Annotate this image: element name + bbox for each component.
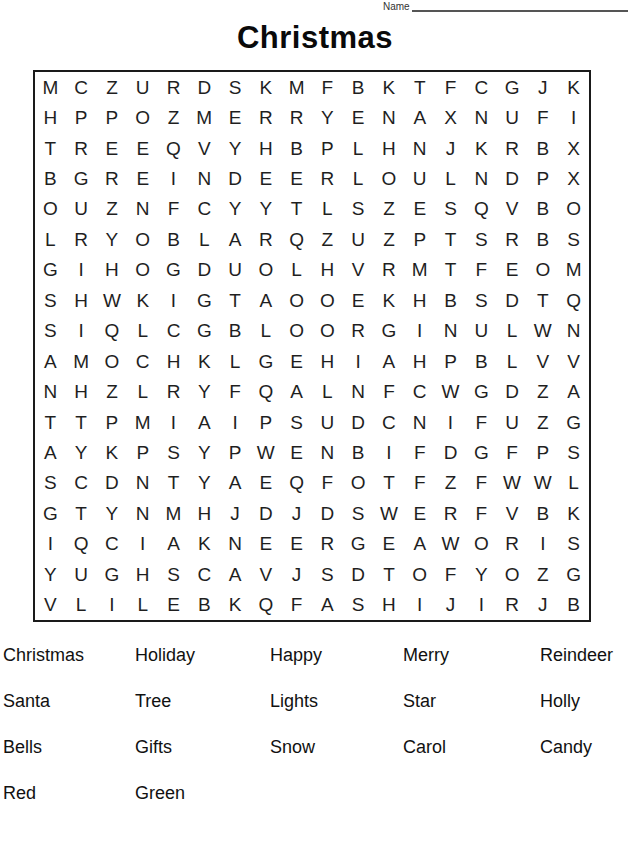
grid-cell-r17-c12[interactable]: T [374,559,405,589]
grid-cell-r1-c15[interactable]: C [466,72,497,102]
grid-cell-r14-c12[interactable]: T [374,468,405,498]
grid-cell-r16-c11[interactable]: G [343,529,374,559]
grid-cell-r18-c8[interactable]: Q [250,590,281,620]
grid-cell-r6-c5[interactable]: B [158,224,189,254]
grid-cell-r17-c9[interactable]: J [281,559,312,589]
grid-cell-r15-c13[interactable]: E [404,498,435,528]
grid-cell-r2-c3[interactable]: P [97,102,128,132]
grid-cell-r16-c3[interactable]: C [97,529,128,559]
grid-cell-r1-c7[interactable]: S [220,72,251,102]
grid-cell-r14-c9[interactable]: Q [281,468,312,498]
grid-cell-r15-c6[interactable]: H [189,498,220,528]
grid-cell-r6-c18[interactable]: S [558,224,589,254]
grid-cell-r17-c1[interactable]: Y [35,559,66,589]
grid-cell-r13-c3[interactable]: K [97,437,128,467]
grid-cell-r9-c8[interactable]: L [250,316,281,346]
grid-cell-r10-c14[interactable]: P [435,346,466,376]
grid-cell-r13-c13[interactable]: F [404,437,435,467]
grid-cell-r12-c4[interactable]: M [127,407,158,437]
grid-cell-r8-c15[interactable]: S [466,285,497,315]
grid-cell-r2-c11[interactable]: E [343,102,374,132]
name-input-line[interactable] [412,0,628,12]
grid-cell-r11-c18[interactable]: A [558,376,589,406]
grid-cell-r18-c13[interactable]: I [404,590,435,620]
grid-cell-r11-c13[interactable]: C [404,376,435,406]
grid-cell-r16-c1[interactable]: I [35,529,66,559]
grid-cell-r2-c15[interactable]: N [466,102,497,132]
grid-cell-r13-c12[interactable]: I [374,437,405,467]
grid-cell-r4-c11[interactable]: L [343,163,374,193]
grid-cell-r18-c4[interactable]: L [127,590,158,620]
grid-cell-r8-c11[interactable]: E [343,285,374,315]
grid-cell-r4-c2[interactable]: G [66,163,97,193]
grid-cell-r10-c4[interactable]: C [127,346,158,376]
grid-cell-r12-c8[interactable]: P [250,407,281,437]
grid-cell-r1-c11[interactable]: B [343,72,374,102]
grid-cell-r10-c7[interactable]: L [220,346,251,376]
grid-cell-r5-c14[interactable]: S [435,194,466,224]
grid-cell-r18-c12[interactable]: H [374,590,405,620]
grid-cell-r7-c3[interactable]: H [97,255,128,285]
grid-cell-r3-c12[interactable]: H [374,133,405,163]
grid-cell-r9-c15[interactable]: U [466,316,497,346]
grid-cell-r15-c5[interactable]: M [158,498,189,528]
grid-cell-r9-c12[interactable]: G [374,316,405,346]
grid-cell-r16-c17[interactable]: I [527,529,558,559]
grid-cell-r8-c1[interactable]: S [35,285,66,315]
grid-cell-r15-c4[interactable]: N [127,498,158,528]
grid-cell-r12-c10[interactable]: U [312,407,343,437]
grid-cell-r17-c6[interactable]: C [189,559,220,589]
grid-cell-r9-c2[interactable]: I [66,316,97,346]
grid-cell-r15-c12[interactable]: W [374,498,405,528]
grid-cell-r8-c18[interactable]: Q [558,285,589,315]
grid-cell-r14-c8[interactable]: E [250,468,281,498]
grid-cell-r17-c2[interactable]: U [66,559,97,589]
grid-cell-r10-c8[interactable]: G [250,346,281,376]
grid-cell-r17-c4[interactable]: H [127,559,158,589]
grid-cell-r6-c8[interactable]: R [250,224,281,254]
grid-cell-r10-c9[interactable]: E [281,346,312,376]
grid-cell-r6-c9[interactable]: Q [281,224,312,254]
grid-cell-r7-c17[interactable]: O [527,255,558,285]
grid-cell-r5-c15[interactable]: Q [466,194,497,224]
grid-cell-r12-c1[interactable]: T [35,407,66,437]
grid-cell-r11-c4[interactable]: L [127,376,158,406]
grid-cell-r5-c6[interactable]: C [189,194,220,224]
grid-cell-r6-c17[interactable]: B [527,224,558,254]
grid-cell-r17-c15[interactable]: Y [466,559,497,589]
grid-cell-r4-c5[interactable]: I [158,163,189,193]
grid-cell-r5-c5[interactable]: F [158,194,189,224]
grid-cell-r18-c6[interactable]: B [189,590,220,620]
grid-cell-r5-c1[interactable]: O [35,194,66,224]
grid-cell-r17-c18[interactable]: G [558,559,589,589]
grid-cell-r13-c15[interactable]: G [466,437,497,467]
grid-cell-r11-c9[interactable]: A [281,376,312,406]
grid-cell-r3-c18[interactable]: X [558,133,589,163]
grid-cell-r7-c16[interactable]: E [497,255,528,285]
grid-cell-r16-c9[interactable]: E [281,529,312,559]
grid-cell-r3-c14[interactable]: J [435,133,466,163]
grid-cell-r7-c13[interactable]: M [404,255,435,285]
grid-cell-r4-c12[interactable]: O [374,163,405,193]
grid-cell-r6-c7[interactable]: A [220,224,251,254]
grid-cell-r14-c4[interactable]: N [127,468,158,498]
grid-cell-r16-c6[interactable]: K [189,529,220,559]
grid-cell-r18-c16[interactable]: R [497,590,528,620]
grid-cell-r15-c10[interactable]: D [312,498,343,528]
grid-cell-r18-c2[interactable]: L [66,590,97,620]
grid-cell-r14-c15[interactable]: F [466,468,497,498]
grid-cell-r4-c18[interactable]: X [558,163,589,193]
grid-cell-r1-c12[interactable]: K [374,72,405,102]
grid-cell-r12-c9[interactable]: S [281,407,312,437]
grid-cell-r13-c1[interactable]: A [35,437,66,467]
grid-cell-r17-c10[interactable]: S [312,559,343,589]
grid-cell-r15-c8[interactable]: D [250,498,281,528]
grid-cell-r12-c3[interactable]: P [97,407,128,437]
grid-cell-r5-c9[interactable]: T [281,194,312,224]
grid-cell-r14-c11[interactable]: O [343,468,374,498]
grid-cell-r16-c18[interactable]: S [558,529,589,559]
grid-cell-r17-c14[interactable]: F [435,559,466,589]
grid-cell-r12-c17[interactable]: Z [527,407,558,437]
grid-cell-r16-c2[interactable]: Q [66,529,97,559]
grid-cell-r12-c13[interactable]: N [404,407,435,437]
grid-cell-r5-c17[interactable]: B [527,194,558,224]
grid-cell-r6-c3[interactable]: Y [97,224,128,254]
grid-cell-r16-c10[interactable]: R [312,529,343,559]
grid-cell-r6-c12[interactable]: Z [374,224,405,254]
grid-cell-r7-c6[interactable]: D [189,255,220,285]
grid-cell-r2-c12[interactable]: N [374,102,405,132]
grid-cell-r6-c16[interactable]: R [497,224,528,254]
grid-cell-r17-c13[interactable]: O [404,559,435,589]
grid-cell-r15-c14[interactable]: R [435,498,466,528]
grid-cell-r13-c6[interactable]: Y [189,437,220,467]
grid-cell-r9-c18[interactable]: N [558,316,589,346]
grid-cell-r10-c1[interactable]: A [35,346,66,376]
grid-cell-r5-c16[interactable]: V [497,194,528,224]
grid-cell-r8-c16[interactable]: D [497,285,528,315]
grid-cell-r18-c11[interactable]: S [343,590,374,620]
grid-cell-r15-c16[interactable]: V [497,498,528,528]
grid-cell-r14-c6[interactable]: Y [189,468,220,498]
grid-cell-r3-c4[interactable]: E [127,133,158,163]
grid-cell-r10-c17[interactable]: V [527,346,558,376]
grid-cell-r9-c9[interactable]: O [281,316,312,346]
grid-cell-r13-c17[interactable]: P [527,437,558,467]
grid-cell-r6-c4[interactable]: O [127,224,158,254]
grid-cell-r4-c7[interactable]: D [220,163,251,193]
grid-cell-r13-c4[interactable]: P [127,437,158,467]
grid-cell-r9-c16[interactable]: L [497,316,528,346]
grid-cell-r3-c7[interactable]: Y [220,133,251,163]
grid-cell-r11-c10[interactable]: L [312,376,343,406]
grid-cell-r13-c10[interactable]: N [312,437,343,467]
grid-cell-r3-c2[interactable]: R [66,133,97,163]
grid-cell-r18-c15[interactable]: I [466,590,497,620]
grid-cell-r2-c2[interactable]: P [66,102,97,132]
grid-cell-r4-c6[interactable]: N [189,163,220,193]
grid-cell-r15-c2[interactable]: T [66,498,97,528]
grid-cell-r3-c17[interactable]: B [527,133,558,163]
grid-cell-r9-c13[interactable]: I [404,316,435,346]
grid-cell-r5-c12[interactable]: Z [374,194,405,224]
grid-cell-r5-c13[interactable]: E [404,194,435,224]
grid-cell-r12-c18[interactable]: G [558,407,589,437]
grid-cell-r15-c15[interactable]: F [466,498,497,528]
grid-cell-r14-c17[interactable]: W [527,468,558,498]
grid-cell-r4-c13[interactable]: U [404,163,435,193]
grid-cell-r15-c18[interactable]: K [558,498,589,528]
grid-cell-r1-c6[interactable]: D [189,72,220,102]
grid-cell-r1-c17[interactable]: J [527,72,558,102]
grid-cell-r3-c10[interactable]: P [312,133,343,163]
grid-cell-r14-c14[interactable]: Z [435,468,466,498]
grid-cell-r9-c4[interactable]: L [127,316,158,346]
grid-cell-r4-c16[interactable]: D [497,163,528,193]
grid-cell-r2-c10[interactable]: Y [312,102,343,132]
grid-cell-r11-c17[interactable]: Z [527,376,558,406]
grid-cell-r18-c3[interactable]: I [97,590,128,620]
grid-cell-r6-c10[interactable]: Z [312,224,343,254]
grid-cell-r7-c5[interactable]: G [158,255,189,285]
grid-cell-r1-c18[interactable]: K [558,72,589,102]
grid-cell-r11-c1[interactable]: N [35,376,66,406]
grid-cell-r1-c4[interactable]: U [127,72,158,102]
grid-cell-r1-c8[interactable]: K [250,72,281,102]
grid-cell-r4-c15[interactable]: N [466,163,497,193]
grid-cell-r18-c18[interactable]: B [558,590,589,620]
grid-cell-r6-c2[interactable]: R [66,224,97,254]
grid-cell-r15-c1[interactable]: G [35,498,66,528]
grid-cell-r11-c5[interactable]: R [158,376,189,406]
grid-cell-r14-c1[interactable]: S [35,468,66,498]
grid-cell-r1-c10[interactable]: F [312,72,343,102]
grid-cell-r12-c7[interactable]: I [220,407,251,437]
grid-cell-r18-c7[interactable]: K [220,590,251,620]
grid-cell-r14-c13[interactable]: F [404,468,435,498]
grid-cell-r9-c7[interactable]: B [220,316,251,346]
grid-cell-r11-c2[interactable]: H [66,376,97,406]
grid-cell-r1-c5[interactable]: R [158,72,189,102]
grid-cell-r11-c8[interactable]: Q [250,376,281,406]
grid-cell-r3-c11[interactable]: L [343,133,374,163]
grid-cell-r1-c3[interactable]: Z [97,72,128,102]
grid-cell-r5-c8[interactable]: Y [250,194,281,224]
grid-cell-r3-c5[interactable]: Q [158,133,189,163]
grid-cell-r9-c5[interactable]: C [158,316,189,346]
grid-cell-r11-c15[interactable]: G [466,376,497,406]
grid-cell-r8-c7[interactable]: T [220,285,251,315]
grid-cell-r11-c12[interactable]: F [374,376,405,406]
grid-cell-r18-c10[interactable]: A [312,590,343,620]
grid-cell-r7-c4[interactable]: O [127,255,158,285]
grid-cell-r9-c1[interactable]: S [35,316,66,346]
grid-cell-r17-c5[interactable]: S [158,559,189,589]
grid-cell-r7-c18[interactable]: M [558,255,589,285]
grid-cell-r8-c4[interactable]: K [127,285,158,315]
grid-cell-r5-c4[interactable]: N [127,194,158,224]
grid-cell-r8-c12[interactable]: K [374,285,405,315]
grid-cell-r2-c17[interactable]: F [527,102,558,132]
grid-cell-r14-c2[interactable]: C [66,468,97,498]
grid-cell-r4-c3[interactable]: R [97,163,128,193]
grid-cell-r4-c1[interactable]: B [35,163,66,193]
grid-cell-r14-c3[interactable]: D [97,468,128,498]
grid-cell-r1-c9[interactable]: M [281,72,312,102]
grid-cell-r4-c10[interactable]: R [312,163,343,193]
grid-cell-r12-c6[interactable]: A [189,407,220,437]
grid-cell-r14-c5[interactable]: T [158,468,189,498]
grid-cell-r12-c15[interactable]: F [466,407,497,437]
grid-cell-r7-c2[interactable]: I [66,255,97,285]
grid-cell-r9-c6[interactable]: G [189,316,220,346]
grid-cell-r1-c13[interactable]: T [404,72,435,102]
grid-cell-r2-c13[interactable]: A [404,102,435,132]
grid-cell-r8-c13[interactable]: H [404,285,435,315]
grid-cell-r15-c9[interactable]: J [281,498,312,528]
grid-cell-r13-c18[interactable]: S [558,437,589,467]
grid-cell-r8-c2[interactable]: H [66,285,97,315]
grid-cell-r13-c5[interactable]: S [158,437,189,467]
grid-cell-r13-c11[interactable]: B [343,437,374,467]
grid-cell-r10-c2[interactable]: M [66,346,97,376]
grid-cell-r7-c11[interactable]: V [343,255,374,285]
grid-cell-r5-c3[interactable]: Z [97,194,128,224]
grid-cell-r15-c3[interactable]: Y [97,498,128,528]
grid-cell-r2-c1[interactable]: H [35,102,66,132]
grid-cell-r8-c14[interactable]: B [435,285,466,315]
grid-cell-r6-c11[interactable]: U [343,224,374,254]
grid-cell-r18-c17[interactable]: J [527,590,558,620]
grid-cell-r18-c1[interactable]: V [35,590,66,620]
grid-cell-r12-c14[interactable]: I [435,407,466,437]
grid-cell-r6-c15[interactable]: S [466,224,497,254]
grid-cell-r14-c7[interactable]: A [220,468,251,498]
grid-cell-r16-c14[interactable]: W [435,529,466,559]
grid-cell-r7-c10[interactable]: H [312,255,343,285]
grid-cell-r9-c17[interactable]: W [527,316,558,346]
grid-cell-r13-c2[interactable]: Y [66,437,97,467]
grid-cell-r3-c8[interactable]: H [250,133,281,163]
grid-cell-r2-c7[interactable]: E [220,102,251,132]
grid-cell-r8-c5[interactable]: I [158,285,189,315]
grid-cell-r18-c9[interactable]: F [281,590,312,620]
grid-cell-r11-c14[interactable]: W [435,376,466,406]
grid-cell-r6-c1[interactable]: L [35,224,66,254]
grid-cell-r17-c17[interactable]: Z [527,559,558,589]
grid-cell-r10-c3[interactable]: O [97,346,128,376]
grid-cell-r12-c12[interactable]: C [374,407,405,437]
grid-cell-r15-c17[interactable]: B [527,498,558,528]
grid-cell-r17-c8[interactable]: V [250,559,281,589]
grid-cell-r7-c7[interactable]: U [220,255,251,285]
grid-cell-r13-c8[interactable]: W [250,437,281,467]
grid-cell-r7-c12[interactable]: R [374,255,405,285]
grid-cell-r4-c9[interactable]: E [281,163,312,193]
grid-cell-r8-c3[interactable]: W [97,285,128,315]
grid-cell-r13-c14[interactable]: D [435,437,466,467]
grid-cell-r18-c14[interactable]: J [435,590,466,620]
grid-cell-r1-c2[interactable]: C [66,72,97,102]
grid-cell-r14-c16[interactable]: W [497,468,528,498]
grid-cell-r15-c7[interactable]: J [220,498,251,528]
grid-cell-r9-c3[interactable]: Q [97,316,128,346]
grid-cell-r8-c8[interactable]: A [250,285,281,315]
grid-cell-r4-c17[interactable]: P [527,163,558,193]
grid-cell-r12-c11[interactable]: D [343,407,374,437]
grid-cell-r10-c13[interactable]: H [404,346,435,376]
grid-cell-r12-c16[interactable]: U [497,407,528,437]
grid-cell-r12-c5[interactable]: I [158,407,189,437]
grid-cell-r7-c15[interactable]: F [466,255,497,285]
grid-cell-r2-c18[interactable]: I [558,102,589,132]
grid-cell-r1-c1[interactable]: M [35,72,66,102]
grid-cell-r10-c16[interactable]: L [497,346,528,376]
grid-cell-r9-c10[interactable]: O [312,316,343,346]
grid-cell-r17-c7[interactable]: A [220,559,251,589]
grid-cell-r16-c7[interactable]: N [220,529,251,559]
grid-cell-r5-c2[interactable]: U [66,194,97,224]
grid-cell-r16-c15[interactable]: O [466,529,497,559]
grid-cell-r11-c16[interactable]: D [497,376,528,406]
grid-cell-r2-c8[interactable]: R [250,102,281,132]
grid-cell-r10-c10[interactable]: H [312,346,343,376]
grid-cell-r13-c9[interactable]: E [281,437,312,467]
grid-cell-r16-c13[interactable]: A [404,529,435,559]
grid-cell-r15-c11[interactable]: S [343,498,374,528]
grid-cell-r12-c2[interactable]: T [66,407,97,437]
grid-cell-r8-c9[interactable]: O [281,285,312,315]
grid-cell-r2-c5[interactable]: Z [158,102,189,132]
grid-cell-r11-c7[interactable]: F [220,376,251,406]
grid-cell-r3-c1[interactable]: T [35,133,66,163]
grid-cell-r2-c4[interactable]: O [127,102,158,132]
grid-cell-r13-c16[interactable]: F [497,437,528,467]
grid-cell-r16-c5[interactable]: A [158,529,189,559]
grid-cell-r3-c16[interactable]: R [497,133,528,163]
grid-cell-r4-c4[interactable]: E [127,163,158,193]
grid-cell-r3-c13[interactable]: N [404,133,435,163]
grid-cell-r4-c14[interactable]: L [435,163,466,193]
grid-cell-r10-c6[interactable]: K [189,346,220,376]
grid-cell-r9-c14[interactable]: N [435,316,466,346]
grid-cell-r11-c3[interactable]: Z [97,376,128,406]
grid-cell-r7-c14[interactable]: T [435,255,466,285]
grid-cell-r2-c6[interactable]: M [189,102,220,132]
grid-cell-r16-c4[interactable]: I [127,529,158,559]
grid-cell-r16-c8[interactable]: E [250,529,281,559]
grid-cell-r13-c7[interactable]: P [220,437,251,467]
grid-cell-r3-c15[interactable]: K [466,133,497,163]
grid-cell-r2-c16[interactable]: U [497,102,528,132]
grid-cell-r7-c8[interactable]: O [250,255,281,285]
grid-cell-r17-c16[interactable]: O [497,559,528,589]
grid-cell-r5-c11[interactable]: S [343,194,374,224]
grid-cell-r2-c14[interactable]: X [435,102,466,132]
grid-cell-r6-c13[interactable]: P [404,224,435,254]
grid-cell-r10-c18[interactable]: V [558,346,589,376]
grid-cell-r17-c3[interactable]: G [97,559,128,589]
grid-cell-r7-c1[interactable]: G [35,255,66,285]
grid-cell-r14-c10[interactable]: F [312,468,343,498]
grid-cell-r16-c12[interactable]: E [374,529,405,559]
grid-cell-r6-c14[interactable]: T [435,224,466,254]
grid-cell-r2-c9[interactable]: R [281,102,312,132]
